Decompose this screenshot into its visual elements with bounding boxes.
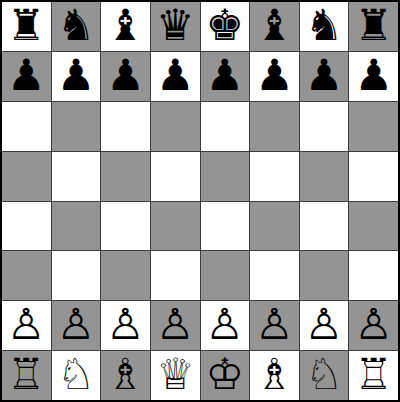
square-e3[interactable]: [201, 251, 250, 300]
square-d4[interactable]: [151, 202, 200, 251]
square-f5[interactable]: [250, 152, 299, 201]
square-f6[interactable]: [250, 102, 299, 151]
square-h4[interactable]: [349, 202, 398, 251]
square-h2[interactable]: ♙: [349, 301, 398, 350]
square-d2[interactable]: ♙: [151, 301, 200, 350]
piece-black-pawn: ♟: [206, 54, 245, 97]
square-d5[interactable]: [151, 152, 200, 201]
piece-black-bishop: ♝: [106, 4, 145, 47]
piece-black-queen: ♛: [156, 4, 195, 47]
square-a4[interactable]: [2, 202, 51, 251]
square-d3[interactable]: [151, 251, 200, 300]
square-b2[interactable]: ♙: [52, 301, 101, 350]
square-a6[interactable]: [2, 102, 51, 151]
piece-black-pawn: ♟: [106, 54, 145, 97]
board-frame: ♜♞♝♛♚♝♞♜♟♟♟♟♟♟♟♟♙♙♙♙♙♙♙♙♖♘♗♕♔♗♘♖: [0, 0, 400, 402]
piece-white-queen: ♕: [156, 353, 195, 396]
square-f7[interactable]: ♟: [250, 52, 299, 101]
square-h3[interactable]: [349, 251, 398, 300]
square-c5[interactable]: [101, 152, 150, 201]
square-h7[interactable]: ♟: [349, 52, 398, 101]
square-e5[interactable]: [201, 152, 250, 201]
square-b8[interactable]: ♞: [52, 2, 101, 51]
square-b7[interactable]: ♟: [52, 52, 101, 101]
square-e4[interactable]: [201, 202, 250, 251]
piece-white-pawn: ♙: [305, 303, 344, 346]
piece-black-pawn: ♟: [57, 54, 96, 97]
square-b4[interactable]: [52, 202, 101, 251]
square-h8[interactable]: ♜: [349, 2, 398, 51]
square-e7[interactable]: ♟: [201, 52, 250, 101]
square-b3[interactable]: [52, 251, 101, 300]
square-f4[interactable]: [250, 202, 299, 251]
piece-black-rook: ♜: [354, 4, 393, 47]
square-h6[interactable]: [349, 102, 398, 151]
square-c8[interactable]: ♝: [101, 2, 150, 51]
piece-black-rook: ♜: [7, 4, 46, 47]
piece-white-rook: ♖: [7, 353, 46, 396]
square-d1[interactable]: ♕: [151, 351, 200, 400]
square-c1[interactable]: ♗: [101, 351, 150, 400]
square-c2[interactable]: ♙: [101, 301, 150, 350]
piece-white-king: ♔: [206, 353, 245, 396]
square-g6[interactable]: [300, 102, 349, 151]
square-d8[interactable]: ♛: [151, 2, 200, 51]
piece-black-king: ♚: [206, 4, 245, 47]
piece-white-bishop: ♗: [106, 353, 145, 396]
square-d7[interactable]: ♟: [151, 52, 200, 101]
square-f1[interactable]: ♗: [250, 351, 299, 400]
piece-black-pawn: ♟: [305, 54, 344, 97]
piece-white-knight: ♘: [57, 353, 96, 396]
square-a7[interactable]: ♟: [2, 52, 51, 101]
piece-white-rook: ♖: [354, 353, 393, 396]
square-g4[interactable]: [300, 202, 349, 251]
piece-black-knight: ♞: [305, 4, 344, 47]
piece-white-pawn: ♙: [156, 303, 195, 346]
square-g1[interactable]: ♘: [300, 351, 349, 400]
square-g7[interactable]: ♟: [300, 52, 349, 101]
square-g5[interactable]: [300, 152, 349, 201]
square-a2[interactable]: ♙: [2, 301, 51, 350]
piece-white-knight: ♘: [305, 353, 344, 396]
square-c4[interactable]: [101, 202, 150, 251]
square-b6[interactable]: [52, 102, 101, 151]
square-e8[interactable]: ♚: [201, 2, 250, 51]
square-h5[interactable]: [349, 152, 398, 201]
square-c3[interactable]: [101, 251, 150, 300]
square-f8[interactable]: ♝: [250, 2, 299, 51]
square-e6[interactable]: [201, 102, 250, 151]
square-f2[interactable]: ♙: [250, 301, 299, 350]
piece-white-bishop: ♗: [255, 353, 294, 396]
square-a5[interactable]: [2, 152, 51, 201]
square-h1[interactable]: ♖: [349, 351, 398, 400]
square-c6[interactable]: [101, 102, 150, 151]
square-g2[interactable]: ♙: [300, 301, 349, 350]
square-a8[interactable]: ♜: [2, 2, 51, 51]
piece-white-pawn: ♙: [106, 303, 145, 346]
piece-white-pawn: ♙: [354, 303, 393, 346]
piece-black-pawn: ♟: [156, 54, 195, 97]
piece-black-knight: ♞: [57, 4, 96, 47]
piece-black-pawn: ♟: [7, 54, 46, 97]
square-e1[interactable]: ♔: [201, 351, 250, 400]
square-e2[interactable]: ♙: [201, 301, 250, 350]
chess-board: ♜♞♝♛♚♝♞♜♟♟♟♟♟♟♟♟♙♙♙♙♙♙♙♙♖♘♗♕♔♗♘♖: [2, 2, 398, 400]
piece-black-pawn: ♟: [354, 54, 393, 97]
piece-white-pawn: ♙: [255, 303, 294, 346]
square-b5[interactable]: [52, 152, 101, 201]
square-g3[interactable]: [300, 251, 349, 300]
square-f3[interactable]: [250, 251, 299, 300]
square-b1[interactable]: ♘: [52, 351, 101, 400]
piece-black-bishop: ♝: [255, 4, 294, 47]
piece-white-pawn: ♙: [206, 303, 245, 346]
square-d6[interactable]: [151, 102, 200, 151]
square-g8[interactable]: ♞: [300, 2, 349, 51]
piece-white-pawn: ♙: [57, 303, 96, 346]
piece-black-pawn: ♟: [255, 54, 294, 97]
square-c7[interactable]: ♟: [101, 52, 150, 101]
square-a3[interactable]: [2, 251, 51, 300]
square-a1[interactable]: ♖: [2, 351, 51, 400]
piece-white-pawn: ♙: [7, 303, 46, 346]
